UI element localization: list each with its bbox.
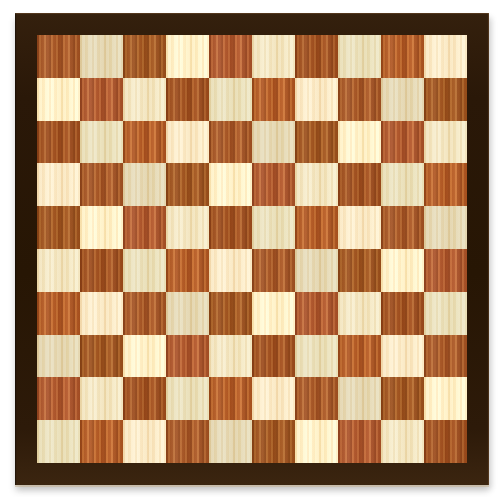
- square-a4[interactable]: [37, 292, 80, 335]
- square-b9[interactable]: [80, 78, 123, 121]
- square-d4[interactable]: [166, 292, 209, 335]
- square-f4[interactable]: [252, 292, 295, 335]
- square-c7[interactable]: [123, 163, 166, 206]
- square-f1[interactable]: [252, 420, 295, 463]
- photo-background: [0, 0, 500, 497]
- square-c3[interactable]: [123, 335, 166, 378]
- square-i1[interactable]: [381, 420, 424, 463]
- square-g6[interactable]: [295, 206, 338, 249]
- square-a2[interactable]: [37, 377, 80, 420]
- square-f5[interactable]: [252, 249, 295, 292]
- square-j4[interactable]: [424, 292, 467, 335]
- square-b10[interactable]: [80, 35, 123, 78]
- square-g1[interactable]: [295, 420, 338, 463]
- square-b7[interactable]: [80, 163, 123, 206]
- square-i10[interactable]: [381, 35, 424, 78]
- square-j1[interactable]: [424, 420, 467, 463]
- square-c4[interactable]: [123, 292, 166, 335]
- square-j6[interactable]: [424, 206, 467, 249]
- square-f10[interactable]: [252, 35, 295, 78]
- square-e7[interactable]: [209, 163, 252, 206]
- square-d8[interactable]: [166, 121, 209, 164]
- square-h1[interactable]: [338, 420, 381, 463]
- square-d2[interactable]: [166, 377, 209, 420]
- square-i2[interactable]: [381, 377, 424, 420]
- square-c9[interactable]: [123, 78, 166, 121]
- square-h6[interactable]: [338, 206, 381, 249]
- draughts-board: [37, 35, 467, 463]
- square-a6[interactable]: [37, 206, 80, 249]
- square-c2[interactable]: [123, 377, 166, 420]
- square-g2[interactable]: [295, 377, 338, 420]
- square-b2[interactable]: [80, 377, 123, 420]
- square-j7[interactable]: [424, 163, 467, 206]
- square-g10[interactable]: [295, 35, 338, 78]
- square-e2[interactable]: [209, 377, 252, 420]
- square-d5[interactable]: [166, 249, 209, 292]
- square-c8[interactable]: [123, 121, 166, 164]
- square-b8[interactable]: [80, 121, 123, 164]
- square-e5[interactable]: [209, 249, 252, 292]
- square-f3[interactable]: [252, 335, 295, 378]
- square-e6[interactable]: [209, 206, 252, 249]
- square-i7[interactable]: [381, 163, 424, 206]
- square-j8[interactable]: [424, 121, 467, 164]
- square-c5[interactable]: [123, 249, 166, 292]
- square-f7[interactable]: [252, 163, 295, 206]
- square-d9[interactable]: [166, 78, 209, 121]
- square-a8[interactable]: [37, 121, 80, 164]
- square-d3[interactable]: [166, 335, 209, 378]
- square-b1[interactable]: [80, 420, 123, 463]
- board-frame: [15, 13, 489, 485]
- square-b4[interactable]: [80, 292, 123, 335]
- square-h4[interactable]: [338, 292, 381, 335]
- square-j10[interactable]: [424, 35, 467, 78]
- square-g8[interactable]: [295, 121, 338, 164]
- square-b3[interactable]: [80, 335, 123, 378]
- square-a10[interactable]: [37, 35, 80, 78]
- square-j9[interactable]: [424, 78, 467, 121]
- square-e3[interactable]: [209, 335, 252, 378]
- square-e4[interactable]: [209, 292, 252, 335]
- square-j5[interactable]: [424, 249, 467, 292]
- square-j3[interactable]: [424, 335, 467, 378]
- square-d1[interactable]: [166, 420, 209, 463]
- square-f8[interactable]: [252, 121, 295, 164]
- square-b6[interactable]: [80, 206, 123, 249]
- square-d10[interactable]: [166, 35, 209, 78]
- square-h9[interactable]: [338, 78, 381, 121]
- square-i9[interactable]: [381, 78, 424, 121]
- square-e8[interactable]: [209, 121, 252, 164]
- square-i8[interactable]: [381, 121, 424, 164]
- square-f6[interactable]: [252, 206, 295, 249]
- square-d6[interactable]: [166, 206, 209, 249]
- square-i4[interactable]: [381, 292, 424, 335]
- square-h5[interactable]: [338, 249, 381, 292]
- square-g5[interactable]: [295, 249, 338, 292]
- square-i6[interactable]: [381, 206, 424, 249]
- square-a3[interactable]: [37, 335, 80, 378]
- square-b5[interactable]: [80, 249, 123, 292]
- square-j2[interactable]: [424, 377, 467, 420]
- square-h3[interactable]: [338, 335, 381, 378]
- square-e1[interactable]: [209, 420, 252, 463]
- square-c6[interactable]: [123, 206, 166, 249]
- square-f2[interactable]: [252, 377, 295, 420]
- square-h8[interactable]: [338, 121, 381, 164]
- square-h7[interactable]: [338, 163, 381, 206]
- square-i5[interactable]: [381, 249, 424, 292]
- square-a1[interactable]: [37, 420, 80, 463]
- square-g7[interactable]: [295, 163, 338, 206]
- square-g9[interactable]: [295, 78, 338, 121]
- square-g4[interactable]: [295, 292, 338, 335]
- square-h10[interactable]: [338, 35, 381, 78]
- square-f9[interactable]: [252, 78, 295, 121]
- square-a7[interactable]: [37, 163, 80, 206]
- square-a5[interactable]: [37, 249, 80, 292]
- square-a9[interactable]: [37, 78, 80, 121]
- square-i3[interactable]: [381, 335, 424, 378]
- square-g3[interactable]: [295, 335, 338, 378]
- square-h2[interactable]: [338, 377, 381, 420]
- square-c1[interactable]: [123, 420, 166, 463]
- square-d7[interactable]: [166, 163, 209, 206]
- square-c10[interactable]: [123, 35, 166, 78]
- square-e9[interactable]: [209, 78, 252, 121]
- square-e10[interactable]: [209, 35, 252, 78]
